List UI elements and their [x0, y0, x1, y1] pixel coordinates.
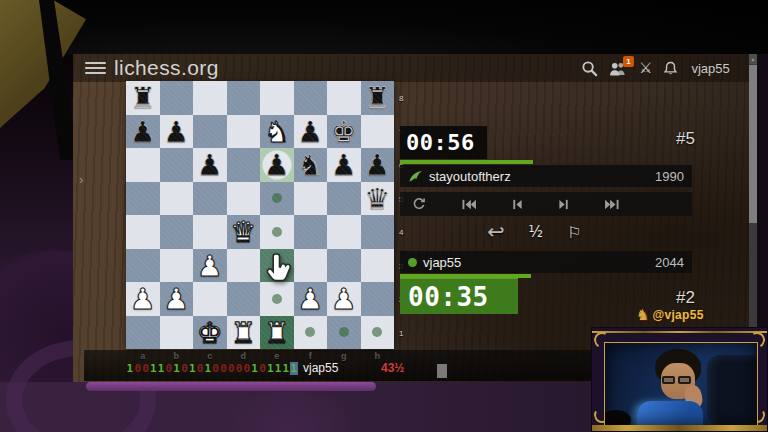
- game-result: 1: [204, 362, 212, 375]
- game-result: 1: [266, 362, 274, 375]
- clock-top: 00:56: [400, 126, 487, 159]
- black-pawn[interactable]: ♟: [193, 148, 227, 182]
- square-a5[interactable]: [126, 182, 160, 216]
- player-rating-bottom: 2044: [655, 255, 684, 270]
- square-d1[interactable]: ♜: [227, 316, 261, 350]
- game-result: 0: [243, 362, 251, 375]
- black-pawn[interactable]: ♟: [294, 115, 328, 149]
- square-h8[interactable]: ♜: [361, 81, 395, 115]
- square-h5[interactable]: ♛: [361, 182, 395, 216]
- square-e2[interactable]: [260, 282, 294, 316]
- square-h2[interactable]: [361, 282, 395, 316]
- game-result: 1: [173, 362, 181, 375]
- player-row-bottom[interactable]: vjap55 2044: [400, 251, 692, 273]
- patron-wing-icon: [408, 169, 423, 184]
- black-pawn[interactable]: ♟: [361, 148, 395, 182]
- hand-cursor: [265, 252, 295, 286]
- square-c7[interactable]: [193, 115, 227, 149]
- move-dest-dot: [272, 193, 282, 203]
- game-result: 0: [259, 362, 267, 375]
- lichess-logo[interactable]: lichess.org: [114, 56, 219, 80]
- friends-icon[interactable]: 1: [609, 61, 628, 76]
- player-name-bottom[interactable]: vjap55: [423, 255, 461, 270]
- square-f2[interactable]: ♟: [294, 282, 328, 316]
- resign-flag-button[interactable]: ⚐: [567, 223, 581, 242]
- square-f6[interactable]: ♞: [294, 148, 328, 182]
- square-b3[interactable]: [160, 249, 194, 283]
- webcam-handle-label: ♞ @vjap55: [636, 306, 704, 324]
- square-e8[interactable]: [260, 81, 294, 115]
- square-f8[interactable]: [294, 81, 328, 115]
- game-result: 0: [227, 362, 235, 375]
- frame-gold-trim-bottom: [592, 425, 767, 431]
- move-dest-dot: [372, 327, 382, 337]
- square-e1[interactable]: ♜: [260, 316, 294, 350]
- game-result: 0: [220, 362, 228, 375]
- game-result: 1: [126, 362, 134, 375]
- challenges-icon[interactable]: ⚔: [639, 59, 652, 77]
- score-strip-player[interactable]: vjap55: [303, 361, 338, 375]
- first-move-button[interactable]: [461, 198, 477, 211]
- black-pawn[interactable]: ♟: [126, 115, 160, 149]
- square-c4[interactable]: [193, 215, 227, 249]
- online-dot-icon: [408, 258, 417, 267]
- square-f3[interactable]: [294, 249, 328, 283]
- square-e7[interactable]: ♞: [260, 115, 294, 149]
- rank-label-1: 1: [399, 329, 409, 338]
- white-pawn[interactable]: ♟: [294, 282, 328, 316]
- square-c6[interactable]: ♟: [193, 148, 227, 182]
- move-dest-dot: [272, 294, 282, 304]
- draw-offer-button[interactable]: ½: [529, 223, 544, 241]
- square-e4[interactable]: [260, 215, 294, 249]
- black-pawn[interactable]: ♟: [327, 148, 361, 182]
- square-h6[interactable]: ♟: [361, 148, 395, 182]
- takeback-button[interactable]: ↩: [487, 220, 505, 244]
- rank-label-8: 8: [399, 94, 409, 103]
- header-icons: 1 ⚔ vjap55: [581, 55, 730, 81]
- square-h3[interactable]: [361, 249, 395, 283]
- game-result: 1: [290, 362, 298, 375]
- square-c5[interactable]: [193, 182, 227, 216]
- square-g1[interactable]: [327, 316, 361, 350]
- bell-icon[interactable]: [663, 61, 678, 76]
- square-g7[interactable]: ♚: [327, 115, 361, 149]
- square-b8[interactable]: [160, 81, 194, 115]
- square-d7[interactable]: [227, 115, 261, 149]
- game-result: 0: [134, 362, 142, 375]
- square-a3[interactable]: [126, 249, 160, 283]
- square-b6[interactable]: [160, 148, 194, 182]
- square-d5[interactable]: [227, 182, 261, 216]
- webcam-frame: [591, 327, 768, 432]
- white-queen[interactable]: ♛: [227, 215, 261, 249]
- square-g2[interactable]: ♟: [327, 282, 361, 316]
- square-a7[interactable]: ♟: [126, 115, 160, 149]
- result-streak: 1001101010100000101111: [126, 362, 298, 375]
- square-f7[interactable]: ♟: [294, 115, 328, 149]
- square-d6[interactable]: [227, 148, 261, 182]
- square-b5[interactable]: [160, 182, 194, 216]
- black-rook[interactable]: ♜: [126, 81, 160, 115]
- square-f5[interactable]: [294, 182, 328, 216]
- square-c2[interactable]: [193, 282, 227, 316]
- square-h4[interactable]: [361, 215, 395, 249]
- game-result: 1: [251, 362, 259, 375]
- next-move-button[interactable]: [558, 198, 570, 211]
- magenta-streak-art: [86, 382, 376, 391]
- flip-cycle-button[interactable]: [412, 197, 426, 211]
- white-king[interactable]: ♚: [193, 316, 227, 350]
- frame-gold-trim-top: [592, 331, 767, 333]
- black-queen[interactable]: ♛: [361, 182, 395, 216]
- square-b7[interactable]: ♟: [160, 115, 194, 149]
- square-d8[interactable]: [227, 81, 261, 115]
- background-top-strip: [0, 0, 768, 54]
- score-hscroll-thumb[interactable]: [437, 364, 447, 378]
- game-result: 1: [282, 362, 290, 375]
- webcam-handle-text: @vjap55: [652, 308, 703, 322]
- square-h7[interactable]: [361, 115, 395, 149]
- webcam-video: [604, 342, 758, 426]
- player-row-top[interactable]: stayoutoftherz 1990: [400, 165, 692, 187]
- white-pawn[interactable]: ♟: [193, 249, 227, 283]
- game-result: 1: [188, 362, 196, 375]
- move-dest-dot: [272, 227, 282, 237]
- game-result: 0: [235, 362, 243, 375]
- player-rating-top: 1990: [655, 169, 684, 184]
- game-actions: ↩ ½ ⚐: [487, 220, 582, 244]
- square-a4[interactable]: [126, 215, 160, 249]
- menu-hamburger-icon[interactable]: [85, 62, 106, 75]
- game-result: 0: [196, 362, 204, 375]
- square-d4[interactable]: ♛: [227, 215, 261, 249]
- game-result: 0: [212, 362, 220, 375]
- game-result: 1: [149, 362, 157, 375]
- tournament-rank-bottom: #2: [659, 288, 695, 308]
- white-rook[interactable]: ♜: [260, 316, 294, 350]
- square-g8[interactable]: [327, 81, 361, 115]
- clock-bottom: 00:35: [400, 278, 518, 314]
- square-d2[interactable]: [227, 282, 261, 316]
- square-g6[interactable]: ♟: [327, 148, 361, 182]
- square-h1[interactable]: [361, 316, 395, 350]
- game-result: 0: [142, 362, 150, 375]
- black-pawn[interactable]: ♟: [160, 115, 194, 149]
- chess-board: ♜♜♟♟♞♟♚♟♟♞♟♟♛♛♟♟♟♟♟♚♜♜: [126, 81, 394, 349]
- time-bar-top: [400, 160, 533, 164]
- square-c1[interactable]: ♚: [193, 316, 227, 350]
- game-result: 1: [157, 362, 165, 375]
- black-rook[interactable]: ♜: [361, 81, 395, 115]
- black-pawn[interactable]: ♟: [260, 148, 294, 182]
- square-a2[interactable]: ♟: [126, 282, 160, 316]
- notification-count-badge: 1: [623, 56, 634, 67]
- prev-move-button[interactable]: [511, 198, 523, 211]
- square-b1[interactable]: [160, 316, 194, 350]
- white-knight[interactable]: ♞: [260, 115, 294, 149]
- game-result: 0: [181, 362, 189, 375]
- white-pawn[interactable]: ♟: [327, 282, 361, 316]
- game-result: 1: [274, 362, 282, 375]
- square-c3[interactable]: ♟: [193, 249, 227, 283]
- square-c8[interactable]: [193, 81, 227, 115]
- rank-label-4: 4: [399, 228, 409, 237]
- square-g4[interactable]: [327, 215, 361, 249]
- header-username[interactable]: vjap55: [691, 61, 729, 76]
- scrollbar-thumb[interactable]: [749, 65, 757, 223]
- white-pawn[interactable]: ♟: [160, 282, 194, 316]
- black-knight[interactable]: ♞: [294, 148, 328, 182]
- move-dest-dot: [305, 327, 315, 337]
- player-name-top[interactable]: stayoutoftherz: [429, 169, 511, 184]
- video-vignette: [605, 343, 757, 425]
- square-b2[interactable]: ♟: [160, 282, 194, 316]
- square-f4[interactable]: [294, 215, 328, 249]
- square-d3[interactable]: [227, 249, 261, 283]
- last-move-button[interactable]: [604, 198, 620, 211]
- collapse-chevron-icon[interactable]: ›: [79, 172, 83, 187]
- gold-knight-icon: ♞: [636, 306, 649, 324]
- square-a1[interactable]: [126, 316, 160, 350]
- tournament-score: 43½: [381, 361, 404, 375]
- square-b4[interactable]: [160, 215, 194, 249]
- square-g5[interactable]: [327, 182, 361, 216]
- stream-overlay: lichess.org 1 ⚔ vjap55 › ♜♜♟♟♞♟♚♟♟♞♟♟♛♛♟…: [0, 0, 768, 432]
- move-dest-dot: [339, 327, 349, 337]
- search-icon[interactable]: [581, 60, 598, 77]
- square-a6[interactable]: [126, 148, 160, 182]
- square-e5[interactable]: [260, 182, 294, 216]
- game-result: 0: [165, 362, 173, 375]
- move-nav-bar: [400, 192, 692, 216]
- white-rook[interactable]: ♜: [227, 316, 261, 350]
- square-a8[interactable]: ♜: [126, 81, 160, 115]
- square-e6[interactable]: ♟: [260, 148, 294, 182]
- square-g3[interactable]: [327, 249, 361, 283]
- black-king[interactable]: ♚: [327, 115, 361, 149]
- white-pawn[interactable]: ♟: [126, 282, 160, 316]
- square-f1[interactable]: [294, 316, 328, 350]
- scrollbar-up-arrow[interactable]: ▲: [749, 54, 757, 64]
- tournament-rank-top: #5: [659, 129, 695, 149]
